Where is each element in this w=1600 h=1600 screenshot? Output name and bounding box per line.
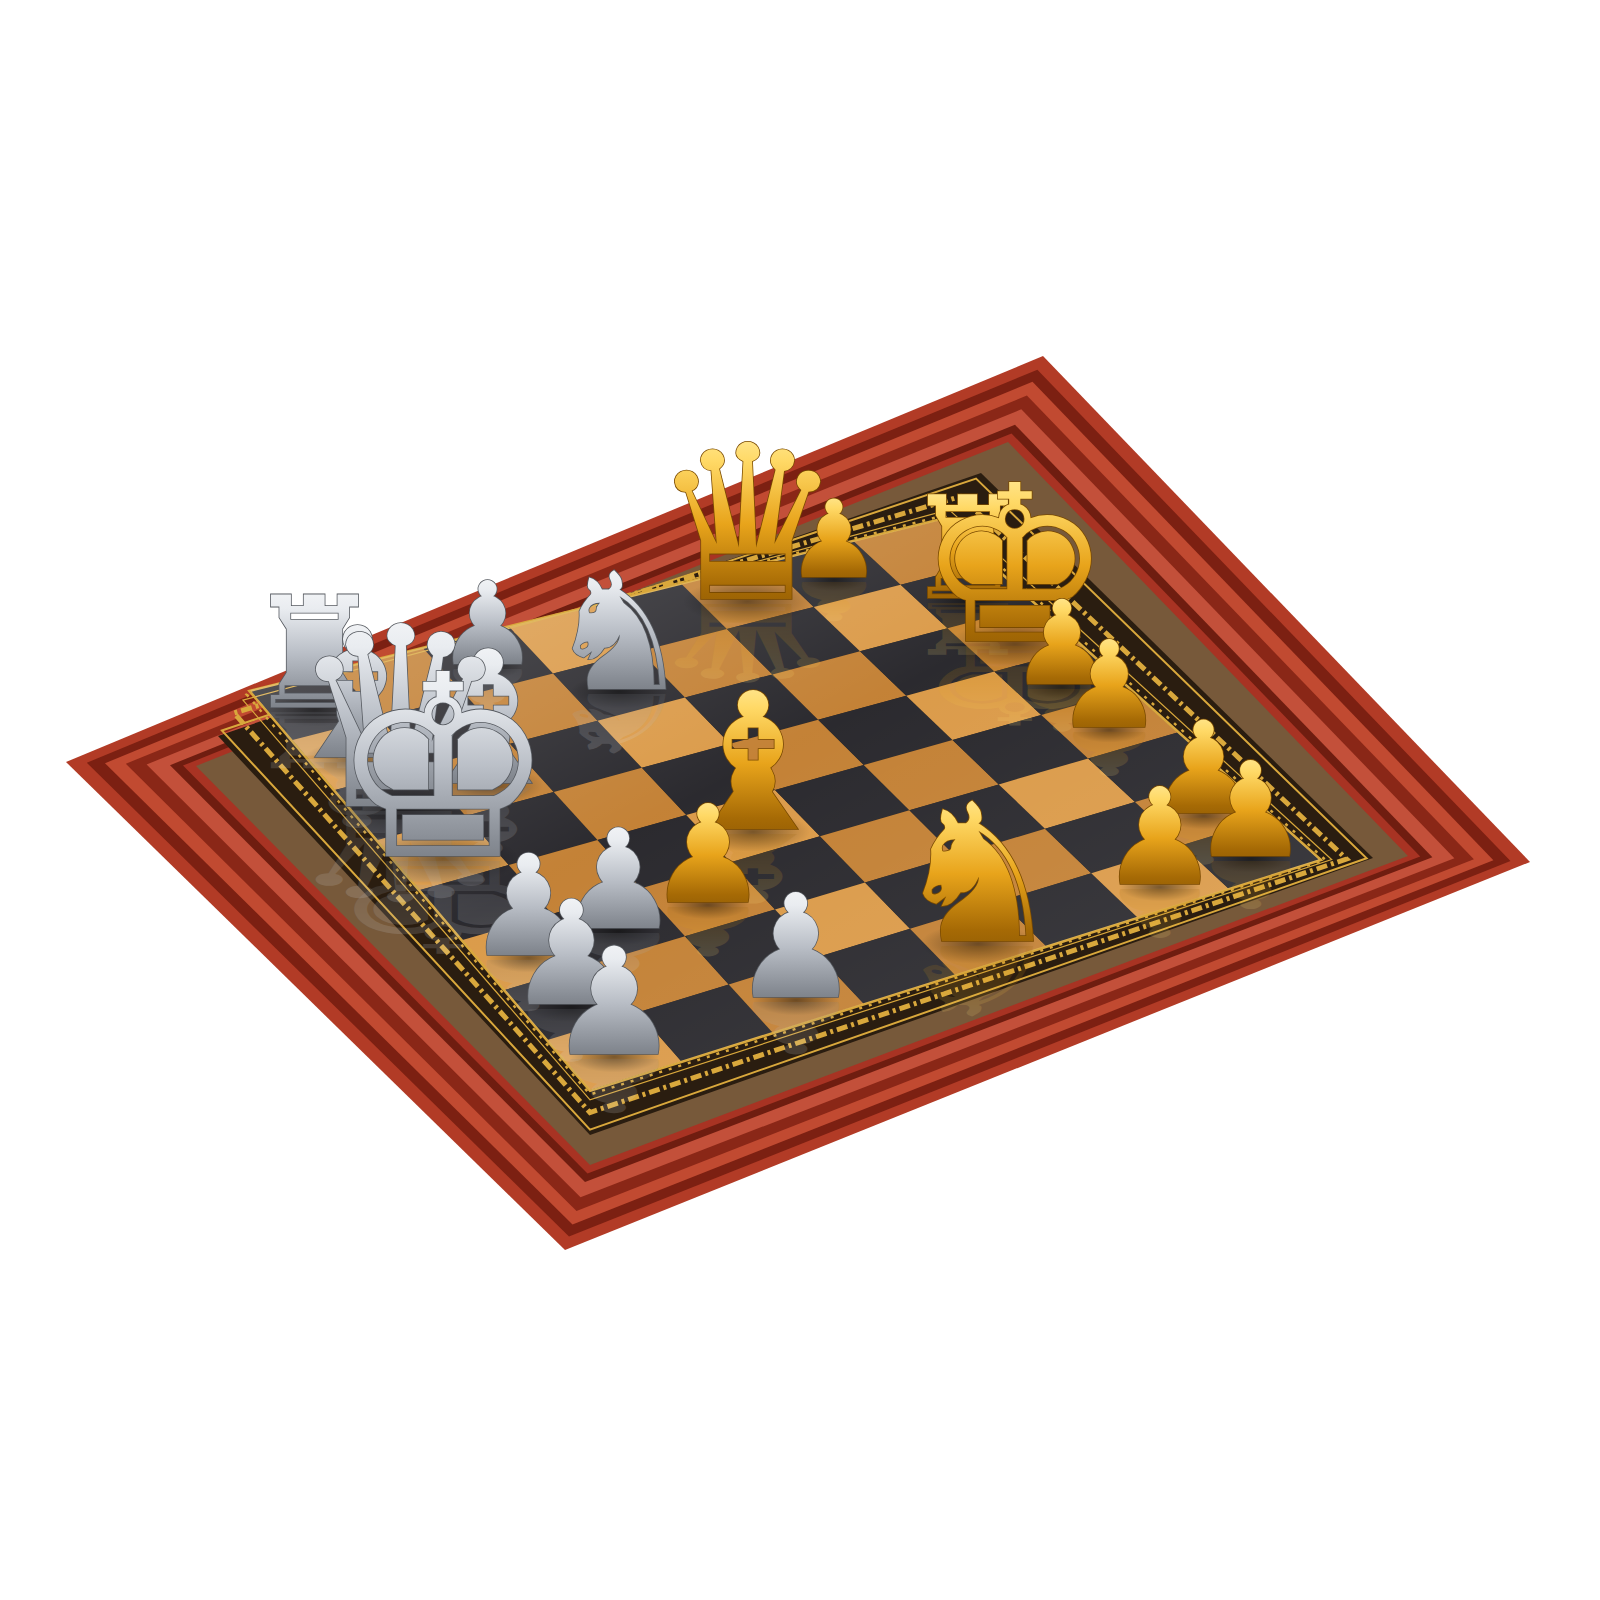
piece-gold-knight-h5: ♞ — [892, 762, 1065, 986]
piece-silver-pawn-h3: ♟ — [732, 863, 861, 1031]
chess-board-scene: ♟♟♜♜♛♛♚♚♟♟♟♟♞♞♜♜♟♟♝♝♝♝♛♛♟♟♝♝♚♚♟♟♟♟♟♟♟♟♞♞… — [0, 0, 1600, 1600]
chess-set-photo: ♟♟♜♜♛♛♚♚♟♟♟♟♞♞♜♜♟♟♝♝♝♝♛♛♟♟♝♝♚♚♟♟♟♟♟♟♟♟♞♞… — [0, 0, 1600, 1600]
piece-gold-pawn-h7: ♟ — [1100, 760, 1220, 916]
piece-silver-pawn-h1: ♟ — [548, 916, 681, 1089]
